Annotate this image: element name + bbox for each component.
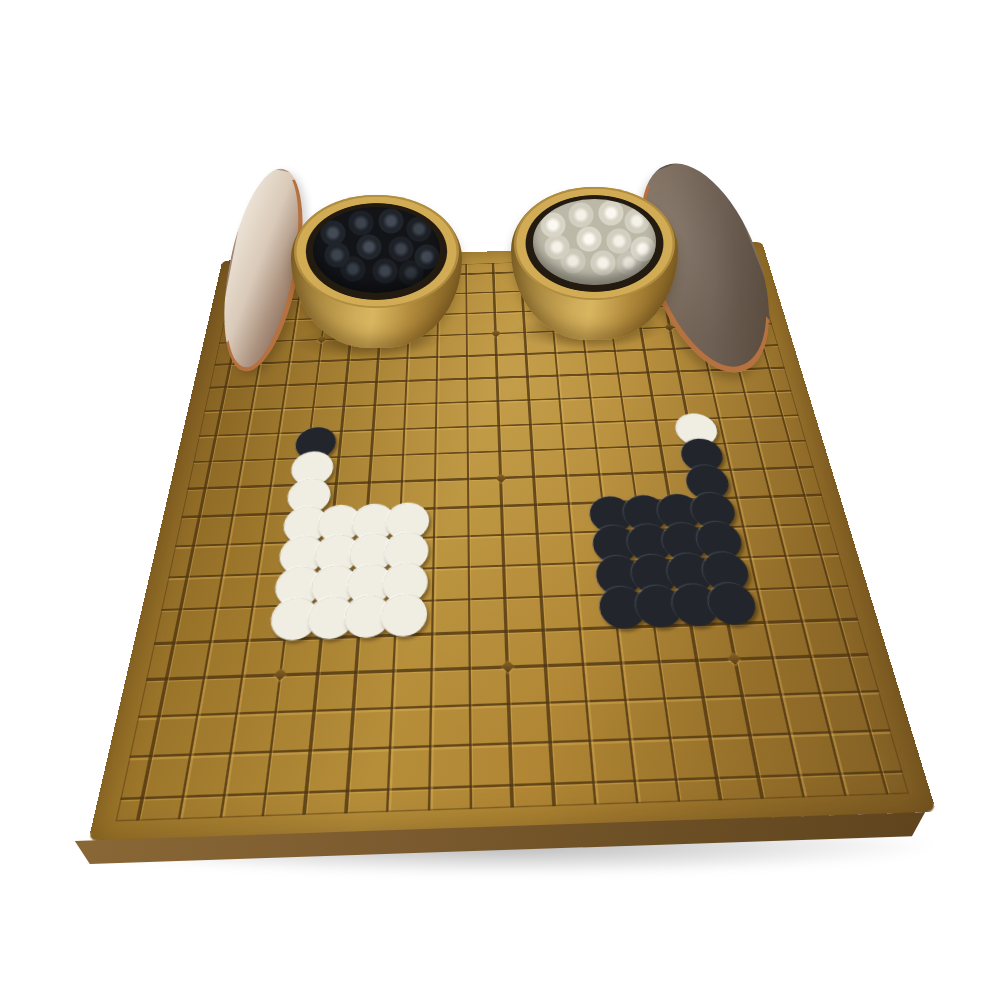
intersection-c10-r18[interactable]	[490, 723, 531, 765]
intersection-c12-r6[interactable]	[542, 364, 574, 388]
intersection-c6-r9[interactable]	[354, 442, 388, 469]
intersection-c11-r14[interactable]	[522, 580, 560, 614]
intersection-c3-r5[interactable]	[273, 351, 306, 374]
intersection-c10-r16[interactable]	[488, 648, 527, 686]
intersection-c4-r19[interactable]	[242, 772, 288, 816]
intersection-c3-r14[interactable]	[232, 590, 273, 624]
intersection-c10-r5[interactable]	[481, 344, 511, 367]
intersection-c6-r18[interactable]	[329, 728, 372, 770]
intersection-c6-r16[interactable]	[335, 654, 375, 692]
intersection-c8-r5[interactable]	[422, 346, 452, 369]
intersection-c11-r7[interactable]	[513, 388, 545, 413]
intersection-c10-r14[interactable]	[487, 581, 524, 615]
intersection-c5-r19[interactable]	[283, 770, 328, 814]
intersection-c10-r19[interactable]	[491, 763, 534, 807]
intersection-c19-r13[interactable]	[799, 539, 843, 571]
intersection-c4-r17[interactable]	[253, 693, 297, 733]
intersection-c9-r9[interactable]	[451, 439, 483, 466]
intersection-c11-r11[interactable]	[518, 490, 553, 520]
intersection-c7-r8[interactable]	[388, 416, 421, 442]
intersection-c11-r16[interactable]	[525, 647, 565, 685]
intersection-c4-r14[interactable]: ●	[268, 588, 308, 622]
intersection-c6-r17[interactable]	[332, 690, 374, 730]
intersection-c15-r8[interactable]	[638, 407, 674, 433]
intersection-c11-r19[interactable]	[531, 762, 575, 806]
intersection-c11-r5[interactable]	[511, 343, 542, 366]
intersection-c9-r11[interactable]	[451, 492, 485, 522]
intersection-c6-r5[interactable]	[362, 348, 393, 371]
intersection-c7-r14[interactable]: ●	[378, 585, 416, 619]
intersection-c2-r8[interactable]	[229, 421, 265, 447]
intersection-c8-r18[interactable]	[410, 726, 451, 768]
intersection-c13-r8[interactable]	[576, 409, 610, 435]
intersection-c14-r17[interactable]	[642, 679, 686, 718]
intersection-c19-r12[interactable]	[791, 509, 834, 540]
intersection-c7-r19[interactable]	[367, 767, 410, 811]
intersection-c12-r15[interactable]	[560, 611, 600, 647]
intersection-c5-r5[interactable]	[332, 349, 364, 372]
intersection-c10-r11[interactable]	[485, 491, 520, 521]
intersection-c2-r18[interactable]	[167, 734, 214, 776]
intersection-c3-r9[interactable]	[256, 446, 292, 473]
intersection-c9-r13[interactable]	[451, 551, 487, 584]
intersection-c12-r18[interactable]	[568, 720, 612, 762]
intersection-c14-r18[interactable]	[647, 717, 693, 759]
intersection-c3-r8[interactable]	[261, 420, 296, 446]
intersection-c10-r1[interactable]	[480, 263, 508, 283]
intersection-c3-r19[interactable]	[200, 773, 247, 817]
intersection-c12-r17[interactable]	[566, 682, 608, 722]
intersection-c10-r6[interactable]	[482, 366, 513, 390]
intersection-c9-r14[interactable]	[451, 582, 487, 616]
intersection-c13-r18[interactable]	[608, 719, 653, 761]
intersection-c9-r10[interactable]	[451, 465, 484, 493]
intersection-c14-r19[interactable]	[652, 757, 699, 801]
intersection-c14-r6[interactable]	[601, 362, 634, 386]
intersection-c10-r12[interactable]	[485, 520, 520, 551]
intersection-c8-r19[interactable]	[408, 766, 450, 810]
white-stone-pile	[533, 199, 657, 285]
intersection-c12-r12[interactable]	[553, 517, 590, 548]
black-stone-bowl	[291, 195, 462, 348]
intersection-c3-r17[interactable]	[214, 694, 259, 734]
intersection-c13-r14[interactable]: ●	[593, 577, 633, 611]
intersection-c13-r6[interactable]	[571, 363, 604, 387]
intersection-c2-r6[interactable]	[238, 374, 272, 398]
intersection-c7-r18[interactable]	[369, 727, 411, 769]
intersection-c11-r9[interactable]	[515, 437, 549, 464]
intersection-c2-r9[interactable]	[224, 447, 261, 474]
intersection-c9-r6[interactable]	[452, 367, 482, 391]
intersection-c12-r14[interactable]	[558, 578, 597, 612]
intersection-c19-r14[interactable]	[807, 570, 852, 604]
intersection-c19-r16[interactable]	[825, 637, 873, 674]
intersection-c14-r5[interactable]	[598, 339, 631, 362]
intersection-c15-r16[interactable]	[675, 642, 719, 679]
intersection-c2-r12[interactable]	[208, 529, 248, 560]
intersection-c13-r7[interactable]	[574, 386, 608, 411]
intersection-c6-r14[interactable]: ●	[341, 586, 379, 620]
intersection-c2-r11[interactable]	[213, 500, 252, 530]
intersection-c12-r7[interactable]	[543, 387, 576, 412]
intersection-c8-r7[interactable]	[421, 391, 452, 416]
intersection-c11-r13[interactable]	[521, 548, 558, 581]
intersection-c16-r6[interactable]	[661, 359, 696, 383]
intersection-c10-r4[interactable]	[481, 322, 511, 344]
intersection-c15-r7[interactable]	[635, 383, 670, 408]
intersection-c14-r16[interactable]	[638, 643, 681, 681]
intersection-c3-r15[interactable]	[226, 623, 268, 659]
intersection-c7-r17[interactable]	[371, 689, 412, 729]
intersection-c19-r15[interactable]	[816, 602, 862, 638]
intersection-c15-r6[interactable]	[631, 360, 665, 384]
intersection-c2-r16[interactable]	[182, 659, 226, 697]
intersection-c12-r8[interactable]	[545, 411, 579, 437]
intersection-c10-r8[interactable]	[483, 413, 515, 439]
intersection-c15-r9[interactable]	[642, 432, 679, 459]
intersection-c5-r17[interactable]	[293, 691, 336, 731]
intersection-c13-r5[interactable]	[569, 341, 601, 364]
intersection-c9-r15[interactable]	[451, 615, 488, 651]
intersection-c19-r9[interactable]	[770, 428, 809, 455]
intersection-c4-r16[interactable]	[259, 656, 301, 694]
intersection-c8-r6[interactable]	[421, 368, 452, 392]
intersection-c11-r12[interactable]	[519, 519, 555, 550]
intersection-c11-r18[interactable]	[529, 721, 571, 763]
intersection-c10-r2[interactable]	[480, 282, 509, 303]
intersection-c1-r7[interactable]	[203, 398, 239, 423]
black-stone-pile	[313, 207, 440, 293]
intersection-c3-r18[interactable]	[207, 732, 253, 774]
intersection-c3-r6[interactable]	[269, 373, 303, 397]
intersection-c2-r17[interactable]	[174, 695, 220, 735]
intersection-c19-r11[interactable]	[784, 481, 825, 510]
go-set-photo: ●●●●●●●●●●●●●●●●●●●●●●●●●●●●●●●●●●●●●●	[0, 0, 1000, 1000]
intersection-c12-r13[interactable]	[555, 547, 593, 580]
intersection-c6-r7[interactable]	[358, 393, 391, 418]
intersection-c10-r15[interactable]	[487, 614, 525, 650]
intersection-c11-r15[interactable]	[524, 613, 563, 649]
intersection-c9-r17[interactable]	[450, 686, 489, 726]
intersection-c15-r14[interactable]: ●	[665, 575, 707, 609]
intersection-c1-r8[interactable]	[197, 423, 234, 449]
intersection-c2-r13[interactable]	[202, 559, 243, 592]
intersection-c11-r17[interactable]	[527, 683, 568, 723]
intersection-c13-r16[interactable]	[600, 644, 642, 682]
intersection-c7-r5[interactable]	[392, 347, 423, 370]
intersection-c11-r6[interactable]	[512, 365, 544, 389]
intersection-c7-r6[interactable]	[391, 369, 422, 393]
intersection-c7-r7[interactable]	[389, 392, 421, 417]
intersection-c3-r11[interactable]	[247, 499, 285, 529]
intersection-c11-r8[interactable]	[514, 412, 547, 438]
intersection-c12-r11[interactable]	[551, 489, 587, 519]
intersection-c4-r5[interactable]	[303, 350, 335, 373]
intersection-c9-r16[interactable]	[450, 650, 488, 688]
intersection-c9-r7[interactable]	[452, 390, 483, 415]
intersection-c12-r9[interactable]	[547, 436, 581, 463]
intersection-c14-r9[interactable]	[611, 433, 647, 460]
intersection-c5-r18[interactable]	[288, 730, 332, 772]
intersection-c8-r16[interactable]	[412, 651, 451, 689]
intersection-c12-r10[interactable]	[549, 462, 584, 490]
intersection-c10-r3[interactable]	[480, 302, 509, 323]
intersection-c9-r18[interactable]	[450, 724, 490, 766]
intersection-c14-r7[interactable]	[604, 384, 638, 409]
intersection-c9-r5[interactable]	[452, 345, 482, 368]
intersection-c6-r19[interactable]	[325, 769, 369, 813]
intersection-c5-r16[interactable]	[297, 655, 338, 693]
intersection-c10-r17[interactable]	[489, 685, 529, 725]
intersection-c10-r10[interactable]	[484, 464, 518, 492]
white-stone[interactable]: ●	[377, 583, 431, 640]
intersection-c7-r16[interactable]	[374, 652, 414, 690]
intersection-c15-r5[interactable]	[628, 338, 661, 361]
intersection-c8-r8[interactable]	[420, 415, 452, 441]
intersection-c5-r14[interactable]: ●	[305, 587, 344, 621]
intersection-c4-r18[interactable]	[248, 731, 293, 773]
intersection-c19-r10[interactable]	[776, 454, 816, 482]
intersection-c6-r8[interactable]	[356, 417, 389, 443]
intersection-c10-r7[interactable]	[482, 389, 514, 414]
intersection-c10-r13[interactable]	[486, 550, 522, 583]
intersection-c3-r10[interactable]	[252, 472, 289, 501]
intersection-c13-r9[interactable]	[579, 434, 614, 461]
intersection-c19-r8[interactable]	[763, 403, 801, 429]
intersection-c7-r9[interactable]	[386, 441, 419, 468]
intersection-c2-r14[interactable]	[195, 591, 237, 625]
intersection-c13-r19[interactable]	[612, 759, 658, 803]
intersection-c2-r7[interactable]	[234, 397, 269, 422]
intersection-c9-r12[interactable]	[451, 521, 486, 552]
intersection-c12-r16[interactable]	[563, 646, 604, 684]
intersection-c9-r19[interactable]	[450, 765, 492, 809]
intersection-c4-r6[interactable]	[299, 372, 332, 396]
intersection-c6-r6[interactable]	[360, 370, 392, 394]
intersection-c19-r7[interactable]	[757, 379, 794, 404]
intersection-c3-r7[interactable]	[265, 396, 299, 421]
intersection-c1-r9[interactable]	[191, 448, 228, 475]
intersection-c16-r14[interactable]: ●	[700, 573, 742, 607]
intersection-c11-r10[interactable]	[516, 463, 551, 491]
intersection-c13-r17[interactable]	[604, 681, 647, 721]
intersection-c9-r8[interactable]	[452, 414, 484, 440]
intersection-c3-r12[interactable]	[242, 528, 281, 559]
intersection-c12-r19[interactable]	[572, 760, 617, 804]
intersection-c8-r17[interactable]	[411, 687, 451, 727]
intersection-c12-r5[interactable]	[540, 342, 572, 365]
intersection-c2-r10[interactable]	[219, 473, 257, 502]
intersection-c2-r15[interactable]	[189, 624, 232, 660]
intersection-c1-r6[interactable]	[208, 375, 243, 399]
intersection-c8-r9[interactable]	[419, 440, 452, 467]
white-stone-bowl	[511, 187, 678, 340]
intersection-c14-r8[interactable]	[607, 408, 642, 434]
intersection-c10-r9[interactable]	[483, 438, 516, 465]
intersection-c14-r14[interactable]: ●	[629, 576, 670, 610]
intersection-c5-r6[interactable]	[330, 371, 362, 395]
intersection-c3-r13[interactable]	[237, 558, 277, 591]
intersection-c3-r16[interactable]	[220, 657, 263, 695]
